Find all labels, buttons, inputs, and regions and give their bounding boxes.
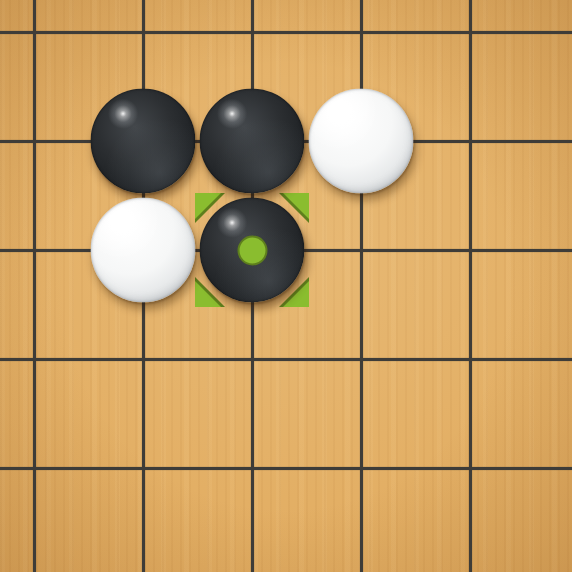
last-move-dot-icon bbox=[237, 235, 267, 265]
grid-line-vertical-4 bbox=[469, 0, 472, 572]
white-stone bbox=[309, 89, 414, 194]
black-stone bbox=[91, 89, 196, 194]
white-stone bbox=[91, 198, 196, 303]
grid-line-horizontal-0 bbox=[0, 31, 572, 34]
grid-line-vertical-3 bbox=[360, 0, 363, 572]
black-stone-last-move[interactable] bbox=[200, 198, 305, 303]
grid-line-vertical-0 bbox=[33, 0, 36, 572]
go-board[interactable] bbox=[0, 0, 572, 572]
grid-line-horizontal-4 bbox=[0, 467, 572, 470]
black-stone bbox=[200, 89, 305, 194]
grid-line-horizontal-3 bbox=[0, 358, 572, 361]
